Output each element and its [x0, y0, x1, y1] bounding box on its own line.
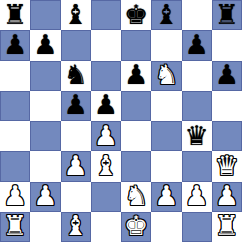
white-pawn-piece[interactable]: ♟: [215, 182, 239, 209]
square-b5[interactable]: [30, 91, 60, 121]
black-knight-piece[interactable]: ♞: [64, 61, 88, 88]
square-f3[interactable]: [151, 151, 181, 181]
square-f6[interactable]: ♞: [151, 61, 181, 91]
square-f8[interactable]: ♝: [151, 0, 181, 30]
square-f1[interactable]: [151, 212, 181, 242]
square-e3[interactable]: [121, 151, 151, 181]
square-d6[interactable]: [91, 61, 121, 91]
black-pawn-piece[interactable]: ♟: [185, 31, 209, 58]
square-b8[interactable]: [30, 0, 60, 30]
square-d2[interactable]: [91, 182, 121, 212]
square-h7[interactable]: [212, 30, 242, 60]
black-rook-piece[interactable]: ♜: [215, 1, 239, 28]
square-e8[interactable]: ♚: [121, 0, 151, 30]
square-c2[interactable]: [61, 182, 91, 212]
square-h5[interactable]: [212, 91, 242, 121]
square-e5[interactable]: [121, 91, 151, 121]
square-g3[interactable]: [182, 151, 212, 181]
square-c4[interactable]: [61, 121, 91, 151]
white-pawn-piece[interactable]: ♟: [33, 182, 57, 209]
square-f4[interactable]: [151, 121, 181, 151]
square-f7[interactable]: [151, 30, 181, 60]
white-rook-piece[interactable]: ♜: [3, 212, 27, 239]
black-pawn-piece[interactable]: ♟: [94, 91, 118, 118]
black-pawn-piece[interactable]: ♟: [64, 91, 88, 118]
square-a3[interactable]: [0, 151, 30, 181]
chess-board: ♜♝♚♝♜♟♟♟♞♟♞♟♟♟♟♛♟♝♛♟♟♞♟♟♟♜♝♚♜: [0, 0, 242, 242]
white-pawn-piece[interactable]: ♟: [185, 182, 209, 209]
square-e4[interactable]: [121, 121, 151, 151]
square-b3[interactable]: [30, 151, 60, 181]
square-c7[interactable]: [61, 30, 91, 60]
square-d3[interactable]: ♝: [91, 151, 121, 181]
square-e2[interactable]: ♞: [121, 182, 151, 212]
white-pawn-piece[interactable]: ♟: [64, 152, 88, 179]
square-a7[interactable]: ♟: [0, 30, 30, 60]
square-c8[interactable]: ♝: [61, 0, 91, 30]
black-rook-piece[interactable]: ♜: [3, 1, 27, 28]
square-h4[interactable]: [212, 121, 242, 151]
white-bishop-piece[interactable]: ♝: [94, 152, 118, 179]
square-b4[interactable]: [30, 121, 60, 151]
square-a8[interactable]: ♜: [0, 0, 30, 30]
square-a5[interactable]: [0, 91, 30, 121]
white-pawn-piece[interactable]: ♟: [154, 182, 178, 209]
square-h1[interactable]: ♜: [212, 212, 242, 242]
square-f2[interactable]: ♟: [151, 182, 181, 212]
black-pawn-piece[interactable]: ♟: [33, 31, 57, 58]
square-b7[interactable]: ♟: [30, 30, 60, 60]
square-e1[interactable]: ♚: [121, 212, 151, 242]
square-c3[interactable]: ♟: [61, 151, 91, 181]
square-e6[interactable]: ♟: [121, 61, 151, 91]
square-a6[interactable]: [0, 61, 30, 91]
square-d4[interactable]: ♟: [91, 121, 121, 151]
white-bishop-piece[interactable]: ♝: [64, 212, 88, 239]
white-pawn-piece[interactable]: ♟: [3, 182, 27, 209]
square-h2[interactable]: ♟: [212, 182, 242, 212]
square-f5[interactable]: [151, 91, 181, 121]
white-queen-piece[interactable]: ♛: [215, 152, 239, 179]
square-c1[interactable]: ♝: [61, 212, 91, 242]
square-g2[interactable]: ♟: [182, 182, 212, 212]
square-d7[interactable]: [91, 30, 121, 60]
square-g4[interactable]: ♛: [182, 121, 212, 151]
square-h3[interactable]: ♛: [212, 151, 242, 181]
black-pawn-piece[interactable]: ♟: [215, 61, 239, 88]
white-rook-piece[interactable]: ♜: [215, 212, 239, 239]
square-b6[interactable]: [30, 61, 60, 91]
square-e7[interactable]: [121, 30, 151, 60]
black-pawn-piece[interactable]: ♟: [124, 61, 148, 88]
square-g7[interactable]: ♟: [182, 30, 212, 60]
square-c6[interactable]: ♞: [61, 61, 91, 91]
square-h6[interactable]: ♟: [212, 61, 242, 91]
square-d8[interactable]: [91, 0, 121, 30]
square-d1[interactable]: [91, 212, 121, 242]
square-d5[interactable]: ♟: [91, 91, 121, 121]
white-pawn-piece[interactable]: ♟: [94, 122, 118, 149]
square-c5[interactable]: ♟: [61, 91, 91, 121]
square-g1[interactable]: [182, 212, 212, 242]
square-g6[interactable]: [182, 61, 212, 91]
square-a4[interactable]: [0, 121, 30, 151]
square-a2[interactable]: ♟: [0, 182, 30, 212]
square-g5[interactable]: [182, 91, 212, 121]
black-bishop-piece[interactable]: ♝: [154, 1, 178, 28]
square-h8[interactable]: ♜: [212, 0, 242, 30]
square-b2[interactable]: ♟: [30, 182, 60, 212]
black-queen-piece[interactable]: ♛: [185, 122, 209, 149]
square-b1[interactable]: [30, 212, 60, 242]
black-bishop-piece[interactable]: ♝: [64, 1, 88, 28]
white-knight-piece[interactable]: ♞: [124, 182, 148, 209]
black-king-piece[interactable]: ♚: [124, 1, 148, 28]
white-knight-piece[interactable]: ♞: [154, 61, 178, 88]
square-a1[interactable]: ♜: [0, 212, 30, 242]
black-pawn-piece[interactable]: ♟: [3, 31, 27, 58]
white-king-piece[interactable]: ♚: [124, 212, 148, 239]
square-g8[interactable]: [182, 0, 212, 30]
